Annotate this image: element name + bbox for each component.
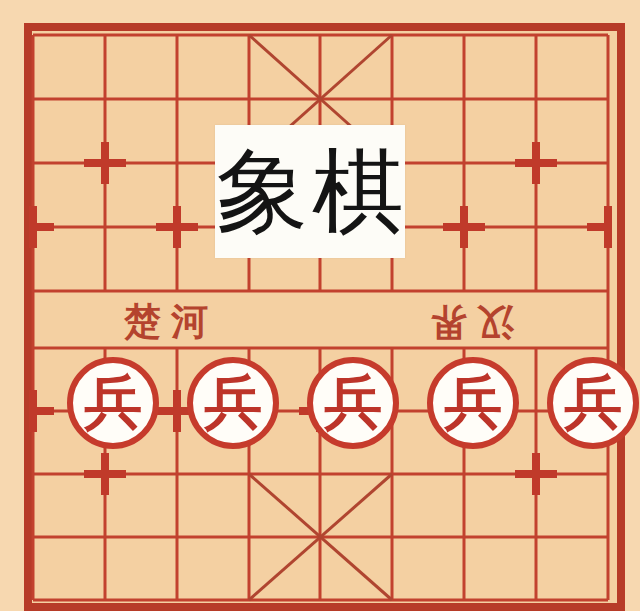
piece-red-soldier[interactable]: 兵	[427, 357, 519, 449]
xiangqi-board: 楚河 汉界 象棋 兵兵兵兵兵	[0, 0, 640, 611]
piece-label: 兵	[204, 373, 262, 431]
river-text-chu-he: 楚河	[110, 298, 222, 346]
title-card: 象棋	[215, 125, 405, 258]
board-grid	[0, 0, 640, 611]
piece-label: 兵	[324, 373, 382, 431]
piece-label: 兵	[444, 373, 502, 431]
piece-label: 兵	[564, 373, 622, 431]
piece-label: 兵	[84, 373, 142, 431]
river-text-han-jie: 汉界	[416, 298, 528, 346]
piece-red-soldier[interactable]: 兵	[307, 357, 399, 449]
piece-red-soldier[interactable]: 兵	[67, 357, 159, 449]
piece-red-soldier[interactable]: 兵	[547, 357, 639, 449]
title-text: 象棋	[212, 146, 408, 238]
piece-red-soldier[interactable]: 兵	[187, 357, 279, 449]
